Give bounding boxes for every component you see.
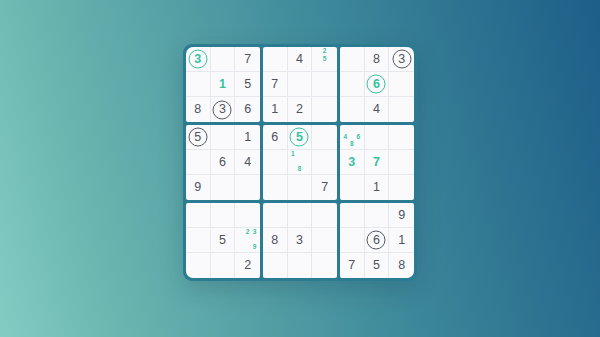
cell-r9c6[interactable] [312, 253, 337, 278]
pencil-mark-7 [314, 63, 321, 70]
given-digit: 5 [211, 228, 235, 252]
cell-r7c9[interactable]: 9 [389, 203, 414, 228]
cell-r8c3[interactable]: 239 [235, 228, 260, 253]
cell-r7c2[interactable] [211, 203, 236, 228]
given-digit: 8 [365, 47, 389, 71]
pencil-mark-8 [244, 244, 251, 251]
cell-r8c9[interactable]: 1 [389, 228, 414, 253]
given-digit: 4 [365, 97, 389, 122]
pencil-mark-3 [303, 151, 310, 158]
sudoku-box-4: 51649 [186, 125, 260, 200]
given-digit: 7 [235, 47, 260, 71]
cell-r9c1[interactable] [186, 253, 211, 278]
given-digit: 1 [235, 125, 260, 149]
cell-r6c4[interactable] [263, 175, 288, 200]
cell-r1c5[interactable]: 4 [288, 47, 313, 72]
cell-r2c7[interactable] [340, 72, 365, 97]
cell-r4c1[interactable]: 5 [186, 125, 211, 150]
cell-r9c4[interactable] [263, 253, 288, 278]
cell-r8c4[interactable]: 8 [263, 228, 288, 253]
cell-r6c9[interactable] [389, 175, 414, 200]
cell-r3c3[interactable]: 6 [235, 97, 260, 122]
cell-r4c9[interactable] [389, 125, 414, 150]
sudoku-box-8: 83 [263, 203, 337, 278]
given-digit: 3 [389, 47, 414, 71]
cell-r6c8[interactable]: 1 [365, 175, 390, 200]
cell-r9c9[interactable]: 8 [389, 253, 414, 278]
cell-r5c5[interactable]: 18 [288, 150, 313, 175]
user-digit: 5 [288, 125, 312, 149]
pencil-mark-3: 3 [251, 229, 258, 236]
sudoku-box-3: 8364 [340, 47, 414, 122]
cell-r9c8[interactable]: 5 [365, 253, 390, 278]
pencil-mark-9 [355, 141, 362, 148]
cell-r1c7[interactable] [340, 47, 365, 72]
cell-r5c7[interactable]: 3 [340, 150, 365, 175]
cell-r2c3[interactable]: 5 [235, 72, 260, 97]
given-digit: 3 [211, 97, 235, 122]
given-digit: 4 [288, 47, 312, 71]
cell-r7c5[interactable] [288, 203, 313, 228]
sudoku-board: 3715836425712836451649651874683715239283… [183, 44, 417, 281]
cell-r4c4[interactable]: 6 [263, 125, 288, 150]
pencil-mark-9 [328, 63, 335, 70]
pencil-mark-9: 9 [251, 244, 258, 251]
cell-r2c5[interactable] [288, 72, 313, 97]
cell-r5c2[interactable]: 6 [211, 150, 236, 175]
pencil-mark-1 [237, 229, 244, 236]
pencil-mark-6 [328, 55, 335, 62]
cell-r4c8[interactable] [365, 125, 390, 150]
given-digit: 9 [186, 175, 210, 200]
pencil-mark-3 [328, 48, 335, 55]
given-digit: 2 [288, 97, 312, 122]
cell-r7c1[interactable] [186, 203, 211, 228]
cell-r6c1[interactable]: 9 [186, 175, 211, 200]
cell-r9c5[interactable] [288, 253, 313, 278]
user-digit: 6 [365, 72, 389, 96]
pencil-mark-9 [303, 166, 310, 173]
given-digit: 2 [235, 253, 260, 278]
cell-r6c5[interactable] [288, 175, 313, 200]
cell-r4c3[interactable]: 1 [235, 125, 260, 150]
cell-r8c6[interactable] [312, 228, 337, 253]
given-digit: 1 [365, 175, 389, 200]
cell-r3c9[interactable] [389, 97, 414, 122]
cell-r8c2[interactable]: 5 [211, 228, 236, 253]
cell-r2c2[interactable]: 1 [211, 72, 236, 97]
cell-r6c7[interactable] [340, 175, 365, 200]
user-digit: 7 [365, 150, 389, 174]
cell-r1c9[interactable]: 3 [389, 47, 414, 72]
cell-r5c8[interactable]: 7 [365, 150, 390, 175]
cell-r1c1[interactable]: 3 [186, 47, 211, 72]
cell-r3c1[interactable]: 8 [186, 97, 211, 122]
cell-r4c6[interactable] [312, 125, 337, 150]
given-digit: 6 [211, 150, 235, 174]
cell-r1c3[interactable]: 7 [235, 47, 260, 72]
pencil-mark-5 [244, 236, 251, 243]
given-digit: 5 [365, 253, 389, 278]
pencil-mark-6: 6 [355, 133, 362, 140]
cell-r8c8[interactable]: 6 [365, 228, 390, 253]
pencil-marks: 25 [314, 48, 335, 70]
pencil-mark-5: 5 [321, 55, 328, 62]
given-digit: 1 [263, 97, 287, 122]
cell-r9c7[interactable]: 7 [340, 253, 365, 278]
cell-r9c3[interactable]: 2 [235, 253, 260, 278]
pencil-mark-7 [237, 244, 244, 251]
pencil-mark-1 [314, 48, 321, 55]
cell-r5c1[interactable] [186, 150, 211, 175]
cell-r7c3[interactable] [235, 203, 260, 228]
app-background: 3715836425712836451649651874683715239283… [0, 0, 600, 337]
cell-r7c7[interactable] [340, 203, 365, 228]
given-digit: 8 [263, 228, 287, 252]
cell-r3c2[interactable]: 3 [211, 97, 236, 122]
cell-r5c9[interactable] [389, 150, 414, 175]
pencil-marks: 239 [237, 229, 258, 251]
cell-r7c4[interactable] [263, 203, 288, 228]
pencil-marks: 468 [342, 126, 362, 148]
pencil-mark-2: 2 [244, 229, 251, 236]
given-digit: 7 [340, 253, 364, 278]
sudoku-box-7: 52392 [186, 203, 260, 278]
given-digit: 5 [235, 72, 260, 96]
given-digit: 6 [365, 228, 389, 252]
given-digit: 8 [389, 253, 414, 278]
given-digit: 6 [263, 125, 287, 149]
cell-r6c2[interactable] [211, 175, 236, 200]
user-digit: 1 [211, 72, 235, 96]
user-digit: 3 [340, 150, 364, 174]
pencil-mark-4 [314, 55, 321, 62]
sudoku-box-2: 425712 [263, 47, 337, 122]
cell-r5c4[interactable] [263, 150, 288, 175]
sudoku-box-6: 468371 [340, 125, 414, 200]
given-digit: 7 [312, 175, 337, 200]
given-digit: 8 [186, 97, 210, 122]
cell-r6c3[interactable] [235, 175, 260, 200]
given-digit: 3 [288, 228, 312, 252]
cell-r2c9[interactable] [389, 72, 414, 97]
user-digit: 3 [186, 47, 210, 71]
given-digit: 5 [186, 125, 210, 149]
cell-r1c8[interactable]: 8 [365, 47, 390, 72]
given-digit: 1 [389, 228, 414, 252]
cell-r3c7[interactable] [340, 97, 365, 122]
pencil-mark-8 [321, 63, 328, 70]
cell-r4c7[interactable]: 468 [340, 125, 365, 150]
pencil-mark-4 [237, 236, 244, 243]
cell-r1c2[interactable] [211, 47, 236, 72]
cell-r5c3[interactable]: 4 [235, 150, 260, 175]
cell-r7c6[interactable] [312, 203, 337, 228]
cell-r3c8[interactable]: 4 [365, 97, 390, 122]
cell-r4c2[interactable] [211, 125, 236, 150]
cell-r9c2[interactable] [211, 253, 236, 278]
cell-r3c6[interactable] [312, 97, 337, 122]
cell-r1c4[interactable] [263, 47, 288, 72]
cell-r3c4[interactable]: 1 [263, 97, 288, 122]
cell-r5c6[interactable] [312, 150, 337, 175]
given-digit: 9 [389, 203, 414, 227]
cell-r6c6[interactable]: 7 [312, 175, 337, 200]
cell-r2c6[interactable] [312, 72, 337, 97]
cell-r2c1[interactable] [186, 72, 211, 97]
pencil-mark-6 [303, 158, 310, 165]
cell-r8c5[interactable]: 3 [288, 228, 313, 253]
sudoku-box-5: 65187 [263, 125, 337, 200]
cell-r2c8[interactable]: 6 [365, 72, 390, 97]
cell-r2c4[interactable]: 7 [263, 72, 288, 97]
cell-r4c5[interactable]: 5 [288, 125, 313, 150]
cell-r1c6[interactable]: 25 [312, 47, 337, 72]
cell-r3c5[interactable]: 2 [288, 97, 313, 122]
cell-r8c1[interactable] [186, 228, 211, 253]
given-digit: 6 [235, 97, 260, 122]
given-digit: 7 [263, 72, 287, 96]
sudoku-box-9: 961758 [340, 203, 414, 278]
given-digit: 4 [235, 150, 260, 174]
pencil-marks: 18 [290, 151, 310, 173]
cell-r7c8[interactable] [365, 203, 390, 228]
cell-r8c7[interactable] [340, 228, 365, 253]
sudoku-box-1: 3715836 [186, 47, 260, 122]
